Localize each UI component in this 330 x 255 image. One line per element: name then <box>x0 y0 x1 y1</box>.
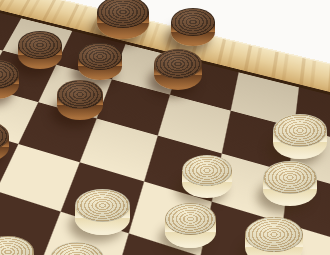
piece-top-rings <box>154 49 202 79</box>
checker-piece-light[interactable] <box>75 189 130 235</box>
checker-piece-light[interactable] <box>182 155 232 198</box>
checker-piece-light[interactable] <box>273 114 327 159</box>
checker-piece-light[interactable] <box>0 236 34 255</box>
checker-piece-light[interactable] <box>245 217 303 255</box>
checker-piece-dark[interactable] <box>0 60 19 99</box>
checker-piece-light[interactable] <box>50 242 104 255</box>
piece-top-rings <box>57 80 103 109</box>
checker-piece-light[interactable] <box>165 203 216 248</box>
piece-top-rings <box>50 242 104 255</box>
piece-top-rings <box>273 114 327 147</box>
checker-piece-dark[interactable] <box>171 8 215 46</box>
piece-top-rings <box>18 31 62 59</box>
piece-top-rings <box>182 155 232 186</box>
checker-piece-dark[interactable] <box>97 0 149 39</box>
piece-top-rings <box>245 217 303 252</box>
piece-top-rings <box>75 189 130 222</box>
piece-top-rings <box>263 161 317 194</box>
piece-top-rings <box>78 43 122 70</box>
piece-top-rings <box>0 236 34 255</box>
checker-piece-dark[interactable] <box>0 121 9 162</box>
piece-top-rings <box>171 8 215 36</box>
checker-piece-dark[interactable] <box>57 80 103 120</box>
checker-piece-light[interactable] <box>263 161 317 206</box>
board-photo <box>0 0 330 255</box>
pieces-layer <box>0 0 330 255</box>
piece-top-rings <box>165 203 216 235</box>
checker-piece-dark[interactable] <box>78 43 122 80</box>
checker-piece-dark[interactable] <box>154 49 202 90</box>
checker-piece-dark[interactable] <box>18 31 62 69</box>
